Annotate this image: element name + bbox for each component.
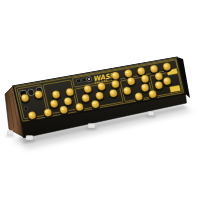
rubber-foot [148, 112, 154, 116]
synthesizer-photo: WASP DELUXE [0, 0, 200, 200]
small-switch-button [82, 78, 87, 82]
rubber-foot [26, 136, 33, 141]
small-switch-button [76, 79, 81, 83]
rubber-foot [88, 124, 95, 129]
product-photo: WASP DELUXE [0, 0, 200, 200]
rubber-foot [8, 131, 14, 136]
